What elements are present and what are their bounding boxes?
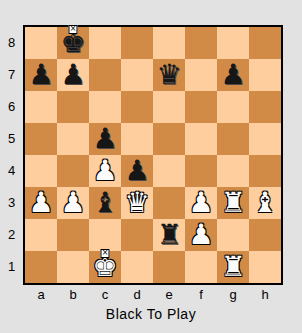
rank-label-2: 2 [0,219,23,251]
square-c2[interactable] [89,219,121,251]
piece-black-pawn[interactable]: ♟ [121,155,153,187]
square-f6[interactable] [185,91,217,123]
square-a2[interactable] [25,219,57,251]
piece-white-pawn[interactable]: ♟ [185,187,217,219]
rank-label-7: 7 [0,59,23,91]
square-g7[interactable]: ♟ [217,59,249,91]
square-a4[interactable] [25,155,57,187]
square-h6[interactable] [249,91,281,123]
file-label-d: d [121,287,153,303]
square-g2[interactable] [217,219,249,251]
king-marker-icon: × [69,25,78,34]
square-c8[interactable] [89,27,121,59]
square-e1[interactable] [153,251,185,283]
square-b6[interactable] [57,91,89,123]
square-f1[interactable] [185,251,217,283]
square-f7[interactable] [185,59,217,91]
square-b1[interactable] [57,251,89,283]
square-g6[interactable] [217,91,249,123]
square-d1[interactable] [121,251,153,283]
square-h8[interactable] [249,27,281,59]
piece-white-pawn[interactable]: ♟ [57,187,89,219]
file-label-a: a [25,287,57,303]
square-c4[interactable]: ♟ [89,155,121,187]
square-a3[interactable]: ♟ [25,187,57,219]
square-b7[interactable]: ♟ [57,59,89,91]
rank-label-4: 4 [0,155,23,187]
square-a6[interactable] [25,91,57,123]
square-h2[interactable] [249,219,281,251]
square-d2[interactable] [121,219,153,251]
chess-board: ♚×♟♟♛♟♟♟♟♟♟♝♛♟♜♝♜♟♚×♜ [23,25,283,285]
piece-black-pawn[interactable]: ♟ [25,59,57,91]
king-marker-icon: × [101,249,110,258]
square-f8[interactable] [185,27,217,59]
square-d4[interactable]: ♟ [121,155,153,187]
square-b8[interactable]: ♚× [57,27,89,59]
square-b5[interactable] [57,123,89,155]
square-h1[interactable] [249,251,281,283]
piece-black-queen[interactable]: ♛ [153,59,185,91]
square-e4[interactable] [153,155,185,187]
square-c1[interactable]: ♚× [89,251,121,283]
file-label-h: h [249,287,281,303]
piece-black-bishop[interactable]: ♝ [89,187,121,219]
chess-diagram: 87654321 ♚×♟♟♛♟♟♟♟♟♟♝♛♟♜♝♜♟♚×♜ abcdefgh … [0,0,302,333]
square-h5[interactable] [249,123,281,155]
file-label-e: e [153,287,185,303]
piece-white-pawn[interactable]: ♟ [25,187,57,219]
square-f4[interactable] [185,155,217,187]
piece-white-pawn[interactable]: ♟ [89,155,121,187]
square-e5[interactable] [153,123,185,155]
square-e8[interactable] [153,27,185,59]
square-e3[interactable] [153,187,185,219]
square-d3[interactable]: ♛ [121,187,153,219]
file-labels: abcdefgh [25,287,281,303]
square-e2[interactable]: ♜ [153,219,185,251]
square-c3[interactable]: ♝ [89,187,121,219]
square-f3[interactable]: ♟ [185,187,217,219]
rank-label-5: 5 [0,123,23,155]
file-label-g: g [217,287,249,303]
piece-white-rook[interactable]: ♜ [217,187,249,219]
piece-black-pawn[interactable]: ♟ [89,123,121,155]
square-f2[interactable]: ♟ [185,219,217,251]
square-h4[interactable] [249,155,281,187]
square-c5[interactable]: ♟ [89,123,121,155]
piece-white-rook[interactable]: ♜ [217,251,249,283]
square-c7[interactable] [89,59,121,91]
square-h7[interactable] [249,59,281,91]
square-d7[interactable] [121,59,153,91]
square-g1[interactable]: ♜ [217,251,249,283]
square-e6[interactable] [153,91,185,123]
square-d8[interactable] [121,27,153,59]
square-g4[interactable] [217,155,249,187]
square-a1[interactable] [25,251,57,283]
file-label-b: b [57,287,89,303]
square-g3[interactable]: ♜ [217,187,249,219]
square-g5[interactable] [217,123,249,155]
rank-label-1: 1 [0,251,23,283]
square-a8[interactable] [25,27,57,59]
square-e7[interactable]: ♛ [153,59,185,91]
rank-labels: 87654321 [0,27,23,283]
status-text: Black To Play [0,306,302,322]
rank-label-6: 6 [0,91,23,123]
piece-black-rook[interactable]: ♜ [153,219,185,251]
square-b3[interactable]: ♟ [57,187,89,219]
piece-white-queen[interactable]: ♛ [121,187,153,219]
rank-label-8: 8 [0,27,23,59]
rank-label-3: 3 [0,187,23,219]
file-label-c: c [89,287,121,303]
square-d5[interactable] [121,123,153,155]
square-d6[interactable] [121,91,153,123]
square-f5[interactable] [185,123,217,155]
square-a5[interactable] [25,123,57,155]
piece-white-pawn[interactable]: ♟ [185,219,217,251]
piece-black-pawn[interactable]: ♟ [57,59,89,91]
square-b4[interactable] [57,155,89,187]
square-g8[interactable] [217,27,249,59]
piece-white-bishop[interactable]: ♝ [249,187,281,219]
square-b2[interactable] [57,219,89,251]
square-a7[interactable]: ♟ [25,59,57,91]
square-h3[interactable]: ♝ [249,187,281,219]
file-label-f: f [185,287,217,303]
square-c6[interactable] [89,91,121,123]
piece-black-pawn[interactable]: ♟ [217,59,249,91]
